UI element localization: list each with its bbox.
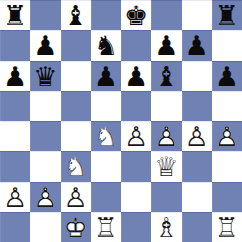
square-c6[interactable] (61, 61, 91, 91)
piece-white-knight-outline: ♘ (91, 121, 121, 151)
square-b7[interactable]: ♟ (30, 30, 60, 60)
square-g1[interactable] (182, 212, 212, 242)
square-h1[interactable]: ♜♖ (212, 212, 242, 242)
square-b6[interactable]: ♛ (30, 61, 60, 91)
square-e2[interactable] (121, 182, 151, 212)
piece-black-pawn[interactable]: ♟ (212, 61, 242, 91)
square-g4[interactable]: ♟♙ (182, 121, 212, 151)
piece-white-pawn-outline: ♙ (61, 182, 91, 212)
square-g6[interactable] (182, 61, 212, 91)
square-a5[interactable] (0, 91, 30, 121)
square-d7[interactable]: ♞ (91, 30, 121, 60)
square-a7[interactable] (0, 30, 30, 60)
square-f4[interactable]: ♟♙ (151, 121, 181, 151)
square-f8[interactable] (151, 0, 181, 30)
square-h2[interactable] (212, 182, 242, 212)
piece-black-rook[interactable]: ♜ (212, 0, 242, 30)
square-c8[interactable]: ♝ (61, 0, 91, 30)
square-h4[interactable]: ♟♙ (212, 121, 242, 151)
square-g8[interactable] (182, 0, 212, 30)
piece-white-rook-outline: ♖ (91, 212, 121, 242)
square-e4[interactable]: ♟♙ (121, 121, 151, 151)
square-e1[interactable] (121, 212, 151, 242)
square-g3[interactable] (182, 151, 212, 181)
square-e5[interactable] (121, 91, 151, 121)
square-c5[interactable] (61, 91, 91, 121)
square-a1[interactable] (0, 212, 30, 242)
square-b4[interactable] (30, 121, 60, 151)
piece-black-bishop[interactable]: ♝ (61, 0, 91, 30)
piece-white-pawn-outline: ♙ (121, 121, 151, 151)
square-h6[interactable]: ♟ (212, 61, 242, 91)
square-f2[interactable] (151, 182, 181, 212)
square-g2[interactable] (182, 182, 212, 212)
square-h5[interactable] (212, 91, 242, 121)
square-f3[interactable]: ♛♕ (151, 151, 181, 181)
piece-white-pawn-outline: ♙ (182, 121, 212, 151)
square-a8[interactable]: ♜ (0, 0, 30, 30)
square-d6[interactable]: ♟ (91, 61, 121, 91)
square-a4[interactable] (0, 121, 30, 151)
square-c2[interactable]: ♟♙ (61, 182, 91, 212)
piece-white-pawn-outline: ♙ (151, 121, 181, 151)
square-e3[interactable] (121, 151, 151, 181)
square-c4[interactable] (61, 121, 91, 151)
square-e7[interactable] (121, 30, 151, 60)
piece-black-pawn[interactable]: ♟ (0, 61, 30, 91)
piece-black-knight[interactable]: ♞ (91, 30, 121, 60)
piece-black-pawn[interactable]: ♟ (121, 61, 151, 91)
piece-black-pawn[interactable]: ♟ (151, 30, 181, 60)
square-c3[interactable]: ♞♘ (61, 151, 91, 181)
square-e8[interactable]: ♚ (121, 0, 151, 30)
square-e6[interactable]: ♟ (121, 61, 151, 91)
square-d3[interactable] (91, 151, 121, 181)
piece-black-king[interactable]: ♚ (121, 0, 151, 30)
piece-white-pawn-outline: ♙ (0, 182, 30, 212)
square-c7[interactable] (61, 30, 91, 60)
square-d2[interactable] (91, 182, 121, 212)
square-g7[interactable]: ♟ (182, 30, 212, 60)
piece-black-pawn[interactable]: ♟ (182, 30, 212, 60)
square-g5[interactable] (182, 91, 212, 121)
square-b1[interactable] (30, 212, 60, 242)
piece-black-pawn[interactable]: ♟ (91, 61, 121, 91)
square-h8[interactable]: ♜ (212, 0, 242, 30)
piece-black-rook[interactable]: ♜ (0, 0, 30, 30)
square-d5[interactable] (91, 91, 121, 121)
square-a6[interactable]: ♟ (0, 61, 30, 91)
piece-white-pawn-outline: ♙ (212, 121, 242, 151)
square-h7[interactable] (212, 30, 242, 60)
square-f6[interactable]: ♝ (151, 61, 181, 91)
square-b5[interactable] (30, 91, 60, 121)
chess-board: ♜♝♚♜♟♞♟♟♟♛♟♟♝♟♞♘♟♙♟♙♟♙♟♙♞♘♛♕♟♙♟♙♟♙♚♔♜♖♝♗… (0, 0, 242, 242)
piece-white-bishop-outline: ♗ (151, 212, 181, 242)
square-h3[interactable] (212, 151, 242, 181)
square-d4[interactable]: ♞♘ (91, 121, 121, 151)
square-b2[interactable]: ♟♙ (30, 182, 60, 212)
square-d8[interactable] (91, 0, 121, 30)
piece-white-knight-outline: ♘ (61, 151, 91, 181)
piece-black-pawn[interactable]: ♟ (30, 30, 60, 60)
piece-white-pawn-outline: ♙ (30, 182, 60, 212)
square-b8[interactable] (30, 0, 60, 30)
square-f7[interactable]: ♟ (151, 30, 181, 60)
piece-black-queen[interactable]: ♛ (30, 61, 60, 91)
square-f1[interactable]: ♝♗ (151, 212, 181, 242)
piece-white-queen-outline: ♕ (151, 151, 181, 181)
piece-black-bishop[interactable]: ♝ (151, 61, 181, 91)
square-f5[interactable] (151, 91, 181, 121)
square-a2[interactable]: ♟♙ (0, 182, 30, 212)
piece-white-king-outline: ♔ (61, 212, 91, 242)
square-b3[interactable] (30, 151, 60, 181)
square-c1[interactable]: ♚♔ (61, 212, 91, 242)
piece-white-rook-outline: ♖ (212, 212, 242, 242)
square-a3[interactable] (0, 151, 30, 181)
square-d1[interactable]: ♜♖ (91, 212, 121, 242)
